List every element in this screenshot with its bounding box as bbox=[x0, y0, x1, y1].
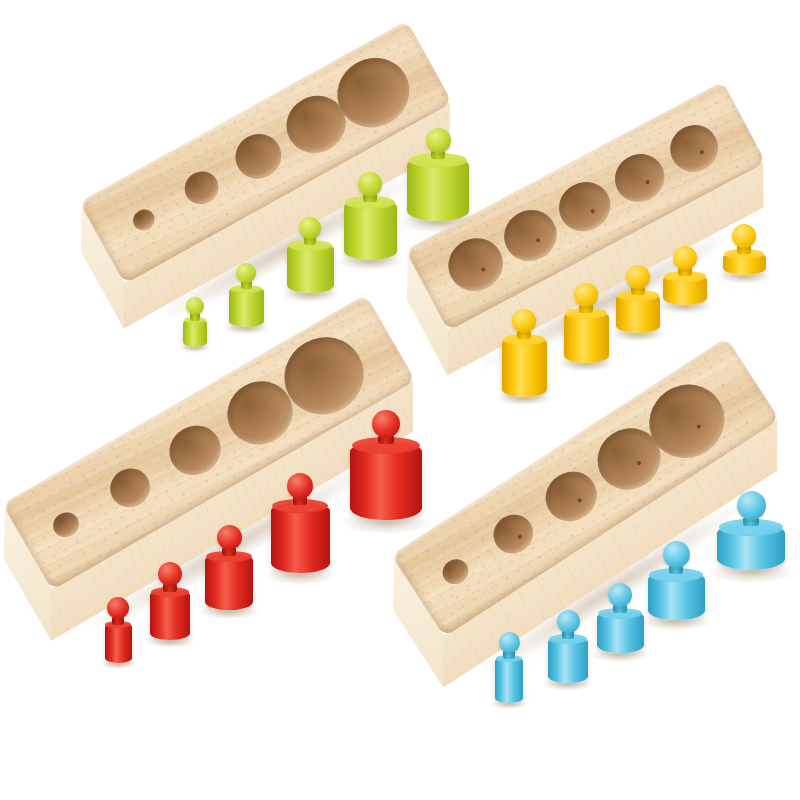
cylinder-knob-neck bbox=[631, 286, 644, 295]
cylinder-top-surface bbox=[151, 587, 189, 597]
cylinder-shadow bbox=[693, 558, 800, 587]
cylinder-shadow bbox=[628, 610, 725, 634]
block-end-face bbox=[316, 533, 529, 763]
cylinder-shadow bbox=[648, 298, 723, 316]
cylinder-knob-ball bbox=[732, 224, 756, 248]
cylinder-body bbox=[502, 337, 547, 397]
cylinder-shadow bbox=[534, 676, 602, 693]
cylinder-top-surface bbox=[649, 568, 703, 582]
cylinder-hole-3 bbox=[160, 416, 229, 484]
hole-bottom-dot bbox=[590, 208, 595, 213]
cylinder-knob-neck bbox=[363, 193, 376, 202]
cylinder-hole-1 bbox=[49, 508, 84, 542]
cylinder-hole-5 bbox=[324, 45, 421, 140]
cylinder-blue-4 bbox=[648, 541, 705, 620]
block-end-face bbox=[0, 484, 133, 715]
cylinder-body bbox=[597, 611, 644, 653]
cylinder-knob-ball bbox=[107, 597, 129, 619]
block-front-face bbox=[0, 0, 573, 403]
cylinder-knob-neck bbox=[190, 312, 200, 321]
cylinder-red-2 bbox=[150, 562, 190, 640]
cylinder-hole-3 bbox=[550, 173, 619, 241]
cylinder-hole-1 bbox=[439, 229, 512, 300]
cylinder-knob-ball bbox=[236, 263, 256, 283]
cylinder-hole-5 bbox=[662, 117, 726, 179]
block-top-face bbox=[79, 20, 453, 284]
cylinder-knob-neck bbox=[293, 496, 307, 505]
cylinder-red-5 bbox=[350, 410, 422, 520]
cylinder-knob-ball bbox=[186, 297, 204, 315]
block-end-face bbox=[326, 231, 524, 449]
cylinder-hole-3 bbox=[536, 462, 606, 531]
cylinder-knob-ball bbox=[663, 541, 690, 568]
cylinder-hole-2 bbox=[495, 201, 565, 270]
cylinder-knob-neck bbox=[241, 280, 252, 289]
cylinder-knob-ball bbox=[499, 632, 520, 653]
cylinder-top-surface bbox=[352, 437, 420, 454]
cylinder-shadow bbox=[601, 326, 676, 344]
cylinder-set-green bbox=[0, 0, 800, 800]
cylinder-knob-ball bbox=[358, 172, 382, 196]
cylinder-knob-ball bbox=[299, 217, 321, 239]
cylinder-red-3 bbox=[205, 525, 253, 610]
cylinder-shadow bbox=[385, 210, 490, 236]
cylinder-hole-4 bbox=[216, 369, 304, 456]
cylinder-knob-neck bbox=[562, 630, 575, 639]
cylinder-knob-ball bbox=[372, 410, 400, 438]
cylinder-knob-neck bbox=[163, 583, 176, 592]
cylinder-body bbox=[648, 572, 705, 620]
cylinder-blue-2 bbox=[548, 610, 588, 683]
product-photo-montessori-cylinder-blocks bbox=[0, 0, 800, 800]
cylinder-shadow bbox=[486, 389, 563, 408]
cylinder-body bbox=[229, 287, 264, 327]
cylinder-hole-4 bbox=[586, 416, 672, 501]
cylinder-knob-neck bbox=[304, 236, 316, 245]
cylinder-green-5 bbox=[407, 128, 469, 221]
cylinder-knob-ball bbox=[574, 283, 598, 307]
cylinder-knob-ball bbox=[608, 583, 632, 607]
cylinder-knob-ball bbox=[217, 525, 242, 550]
cylinder-green-1 bbox=[183, 297, 207, 347]
cylinder-body bbox=[205, 554, 253, 610]
wooden-block-green bbox=[79, 20, 453, 284]
cylinder-shadow bbox=[580, 645, 660, 665]
cylinder-hole-2 bbox=[486, 507, 540, 560]
cylinder-yellow-1 bbox=[502, 309, 547, 397]
hole-bottom-dot bbox=[645, 179, 650, 184]
cylinder-shadow bbox=[216, 321, 276, 336]
cylinder-shadow bbox=[707, 268, 780, 286]
cylinder-body bbox=[287, 243, 334, 293]
cylinder-body bbox=[723, 252, 766, 275]
cylinder-green-4 bbox=[344, 172, 397, 260]
cylinder-knob-neck bbox=[112, 616, 124, 625]
block-cast-shadow bbox=[426, 193, 786, 410]
block-front-face bbox=[0, 249, 540, 715]
wooden-block-blue bbox=[391, 337, 780, 637]
block-top-face bbox=[405, 81, 766, 331]
cylinder-top-surface bbox=[549, 634, 587, 644]
cylinder-yellow-5 bbox=[723, 224, 766, 275]
cylinder-knob-ball bbox=[626, 265, 650, 289]
cylinder-top-surface bbox=[206, 551, 251, 563]
hole-bottom-dot bbox=[636, 461, 642, 467]
cylinder-knob-neck bbox=[579, 304, 592, 313]
cylinder-knob-neck bbox=[503, 650, 515, 659]
cylinder-hole-5 bbox=[271, 323, 378, 428]
cylinder-knob-neck bbox=[678, 267, 691, 276]
block-cast-shadow bbox=[422, 456, 800, 722]
hole-bottom-dot bbox=[577, 497, 583, 503]
cylinder-top-surface bbox=[496, 655, 522, 662]
cylinder-shadow bbox=[250, 563, 350, 588]
cylinder-top-surface bbox=[105, 621, 130, 627]
cylinder-top-surface bbox=[288, 240, 332, 251]
cylinder-knob-ball bbox=[673, 246, 697, 270]
cylinder-hole-3 bbox=[228, 126, 289, 186]
cylinder-green-2 bbox=[229, 263, 264, 327]
cylinder-shadow bbox=[325, 251, 415, 273]
cylinder-body bbox=[495, 657, 523, 703]
cylinder-knob-neck bbox=[222, 547, 236, 556]
cylinder-set-blue bbox=[0, 0, 800, 800]
cylinder-top-surface bbox=[272, 499, 327, 513]
cylinder-knob-neck bbox=[743, 517, 759, 526]
cylinder-top-surface bbox=[184, 317, 207, 323]
cylinder-knob-ball bbox=[426, 128, 451, 153]
cylinder-green-3 bbox=[287, 217, 334, 293]
cylinder-shadow bbox=[270, 285, 350, 305]
cylinder-top-surface bbox=[664, 271, 705, 282]
cylinder-top-surface bbox=[565, 308, 607, 319]
wooden-block-red bbox=[2, 294, 416, 591]
hole-bottom-dot bbox=[481, 267, 486, 272]
cylinder-body bbox=[350, 442, 422, 520]
cylinder-shadow bbox=[175, 343, 216, 353]
cylinder-set-yellow bbox=[0, 0, 800, 800]
cylinder-hole-4 bbox=[276, 85, 356, 163]
block-cast-shadow bbox=[30, 417, 436, 675]
cylinder-top-surface bbox=[724, 249, 764, 259]
cylinder-knob-neck bbox=[737, 245, 750, 254]
block-top-face bbox=[391, 337, 780, 637]
cylinder-top-surface bbox=[345, 196, 395, 209]
cylinder-knob-ball bbox=[557, 610, 580, 633]
cylinder-top-surface bbox=[409, 153, 467, 168]
cylinder-top-surface bbox=[617, 290, 658, 301]
cylinder-top-surface bbox=[230, 285, 263, 293]
cylinder-body bbox=[717, 524, 785, 570]
cylinder-hole-2 bbox=[179, 166, 224, 210]
cylinder-knob-neck bbox=[378, 435, 393, 444]
cylinder-hole-1 bbox=[438, 554, 473, 589]
block-end-face bbox=[0, 183, 201, 403]
cylinder-knob-neck bbox=[431, 150, 445, 159]
cylinder-body bbox=[183, 319, 207, 347]
cylinder-top-surface bbox=[503, 334, 545, 345]
cylinder-blue-5 bbox=[717, 491, 785, 570]
block-front-face bbox=[316, 288, 800, 763]
cylinder-hole-4 bbox=[606, 145, 672, 210]
block-top-face bbox=[2, 294, 416, 591]
cylinder-knob-ball bbox=[158, 562, 182, 586]
cylinder-shadow bbox=[95, 658, 141, 669]
cylinder-shadow bbox=[548, 355, 625, 374]
cylinder-body bbox=[548, 637, 588, 683]
wooden-block-yellow bbox=[405, 81, 766, 331]
cylinder-shadow bbox=[188, 602, 270, 622]
cylinder-red-4 bbox=[271, 473, 330, 573]
cylinder-knob-neck bbox=[613, 604, 626, 613]
cylinder-shadow bbox=[136, 633, 204, 650]
cylinder-yellow-2 bbox=[564, 283, 609, 363]
cylinder-hole-5 bbox=[636, 371, 739, 472]
cylinder-hole-2 bbox=[103, 462, 156, 515]
cylinder-yellow-3 bbox=[616, 265, 660, 333]
cylinder-body bbox=[663, 274, 707, 305]
cylinder-body bbox=[105, 623, 132, 663]
cylinder-red-1 bbox=[105, 597, 132, 663]
cylinder-body bbox=[150, 590, 190, 640]
cylinder-knob-ball bbox=[512, 309, 536, 333]
cylinder-yellow-4 bbox=[663, 246, 707, 305]
cylinder-blue-1 bbox=[495, 632, 523, 703]
cylinder-top-surface bbox=[719, 519, 783, 535]
cylinder-shadow bbox=[485, 698, 533, 710]
cylinder-knob-neck bbox=[669, 565, 684, 574]
hole-bottom-dot bbox=[535, 238, 540, 243]
block-front-face bbox=[326, 39, 800, 450]
cylinder-body bbox=[616, 293, 660, 333]
cylinder-body bbox=[407, 157, 469, 221]
cylinder-body bbox=[271, 503, 330, 573]
hole-bottom-dot bbox=[518, 534, 524, 540]
cylinder-knob-ball bbox=[737, 491, 766, 520]
cylinder-body bbox=[344, 200, 397, 260]
hole-bottom-dot bbox=[699, 150, 704, 155]
cylinder-knob-ball bbox=[287, 473, 313, 499]
cylinder-blue-3 bbox=[597, 583, 644, 653]
cylinder-body bbox=[564, 311, 609, 363]
hole-bottom-dot bbox=[695, 424, 701, 430]
cylinder-shadow bbox=[325, 508, 447, 538]
cylinder-set-red bbox=[0, 0, 800, 800]
cylinder-knob-neck bbox=[517, 330, 530, 339]
cylinder-top-surface bbox=[598, 608, 642, 619]
block-cast-shadow bbox=[103, 133, 473, 362]
cylinder-hole-1 bbox=[129, 205, 158, 234]
